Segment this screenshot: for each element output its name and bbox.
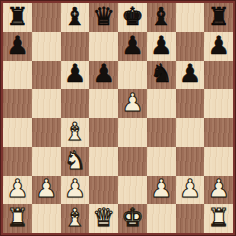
square-b1[interactable] xyxy=(32,204,61,233)
piece-black-king[interactable]: ♚ xyxy=(121,4,143,29)
square-d7[interactable] xyxy=(89,32,118,61)
square-a8[interactable]: ♜ xyxy=(3,3,32,32)
square-g1[interactable] xyxy=(176,204,205,233)
square-c4[interactable]: ♝ xyxy=(61,118,90,147)
square-h3[interactable] xyxy=(204,147,233,176)
square-a6[interactable] xyxy=(3,61,32,90)
chess-board-frame: ♜♝♛♚♝♜♟♟♟♟♟♟♞♟♟♝♞♟♟♟♟♟♟♜♝♛♚♜ xyxy=(0,0,236,236)
square-b7[interactable] xyxy=(32,32,61,61)
square-a5[interactable] xyxy=(3,89,32,118)
piece-black-rook[interactable]: ♜ xyxy=(207,4,229,29)
square-b2[interactable]: ♟ xyxy=(32,176,61,205)
square-e3[interactable] xyxy=(118,147,147,176)
square-h2[interactable]: ♟ xyxy=(204,176,233,205)
piece-black-queen[interactable]: ♛ xyxy=(92,4,114,29)
square-g7[interactable] xyxy=(176,32,205,61)
square-e4[interactable] xyxy=(118,118,147,147)
square-f3[interactable] xyxy=(147,147,176,176)
square-h6[interactable] xyxy=(204,61,233,90)
square-f7[interactable]: ♟ xyxy=(147,32,176,61)
piece-black-pawn[interactable]: ♟ xyxy=(92,61,114,86)
piece-black-pawn[interactable]: ♟ xyxy=(121,33,143,58)
piece-white-pawn[interactable]: ♟ xyxy=(179,176,201,201)
piece-white-knight[interactable]: ♞ xyxy=(64,148,86,173)
piece-white-bishop[interactable]: ♝ xyxy=(64,205,86,230)
square-c3[interactable]: ♞ xyxy=(61,147,90,176)
square-c1[interactable]: ♝ xyxy=(61,204,90,233)
square-d2[interactable] xyxy=(89,176,118,205)
piece-white-pawn[interactable]: ♟ xyxy=(64,176,86,201)
square-d6[interactable]: ♟ xyxy=(89,61,118,90)
piece-black-bishop[interactable]: ♝ xyxy=(64,4,86,29)
square-e1[interactable]: ♚ xyxy=(118,204,147,233)
square-d3[interactable] xyxy=(89,147,118,176)
piece-black-rook[interactable]: ♜ xyxy=(6,4,28,29)
square-a3[interactable] xyxy=(3,147,32,176)
piece-black-pawn[interactable]: ♟ xyxy=(6,33,28,58)
piece-white-pawn[interactable]: ♟ xyxy=(6,176,28,201)
square-f4[interactable] xyxy=(147,118,176,147)
square-h1[interactable]: ♜ xyxy=(204,204,233,233)
piece-white-queen[interactable]: ♛ xyxy=(92,205,114,230)
square-a4[interactable] xyxy=(3,118,32,147)
square-a1[interactable]: ♜ xyxy=(3,204,32,233)
square-g4[interactable] xyxy=(176,118,205,147)
square-g5[interactable] xyxy=(176,89,205,118)
piece-white-pawn[interactable]: ♟ xyxy=(150,176,172,201)
piece-black-bishop[interactable]: ♝ xyxy=(150,4,172,29)
piece-white-pawn[interactable]: ♟ xyxy=(121,90,143,115)
square-f8[interactable]: ♝ xyxy=(147,3,176,32)
square-g6[interactable]: ♟ xyxy=(176,61,205,90)
piece-black-knight[interactable]: ♞ xyxy=(150,61,172,86)
piece-white-rook[interactable]: ♜ xyxy=(6,205,28,230)
square-b8[interactable] xyxy=(32,3,61,32)
square-c7[interactable] xyxy=(61,32,90,61)
square-g2[interactable]: ♟ xyxy=(176,176,205,205)
square-a7[interactable]: ♟ xyxy=(3,32,32,61)
square-d1[interactable]: ♛ xyxy=(89,204,118,233)
square-b3[interactable] xyxy=(32,147,61,176)
square-c6[interactable]: ♟ xyxy=(61,61,90,90)
square-e7[interactable]: ♟ xyxy=(118,32,147,61)
square-b6[interactable] xyxy=(32,61,61,90)
square-a2[interactable]: ♟ xyxy=(3,176,32,205)
piece-black-pawn[interactable]: ♟ xyxy=(179,61,201,86)
square-e8[interactable]: ♚ xyxy=(118,3,147,32)
square-b4[interactable] xyxy=(32,118,61,147)
square-f1[interactable] xyxy=(147,204,176,233)
piece-white-pawn[interactable]: ♟ xyxy=(207,176,229,201)
square-g8[interactable] xyxy=(176,3,205,32)
square-d5[interactable] xyxy=(89,89,118,118)
square-f6[interactable]: ♞ xyxy=(147,61,176,90)
square-d4[interactable] xyxy=(89,118,118,147)
square-h7[interactable]: ♟ xyxy=(204,32,233,61)
piece-white-king[interactable]: ♚ xyxy=(121,205,143,230)
square-f2[interactable]: ♟ xyxy=(147,176,176,205)
square-c8[interactable]: ♝ xyxy=(61,3,90,32)
square-h8[interactable]: ♜ xyxy=(204,3,233,32)
piece-black-pawn[interactable]: ♟ xyxy=(150,33,172,58)
square-f5[interactable] xyxy=(147,89,176,118)
square-c2[interactable]: ♟ xyxy=(61,176,90,205)
square-h4[interactable] xyxy=(204,118,233,147)
square-b5[interactable] xyxy=(32,89,61,118)
piece-white-rook[interactable]: ♜ xyxy=(207,205,229,230)
chess-board: ♜♝♛♚♝♜♟♟♟♟♟♟♞♟♟♝♞♟♟♟♟♟♟♜♝♛♚♜ xyxy=(3,3,233,233)
square-e6[interactable] xyxy=(118,61,147,90)
square-d8[interactable]: ♛ xyxy=(89,3,118,32)
square-e5[interactable]: ♟ xyxy=(118,89,147,118)
square-g3[interactable] xyxy=(176,147,205,176)
piece-white-bishop[interactable]: ♝ xyxy=(64,119,86,144)
square-h5[interactable] xyxy=(204,89,233,118)
piece-black-pawn[interactable]: ♟ xyxy=(64,61,86,86)
square-e2[interactable] xyxy=(118,176,147,205)
square-c5[interactable] xyxy=(61,89,90,118)
piece-white-pawn[interactable]: ♟ xyxy=(35,176,57,201)
piece-black-pawn[interactable]: ♟ xyxy=(207,33,229,58)
